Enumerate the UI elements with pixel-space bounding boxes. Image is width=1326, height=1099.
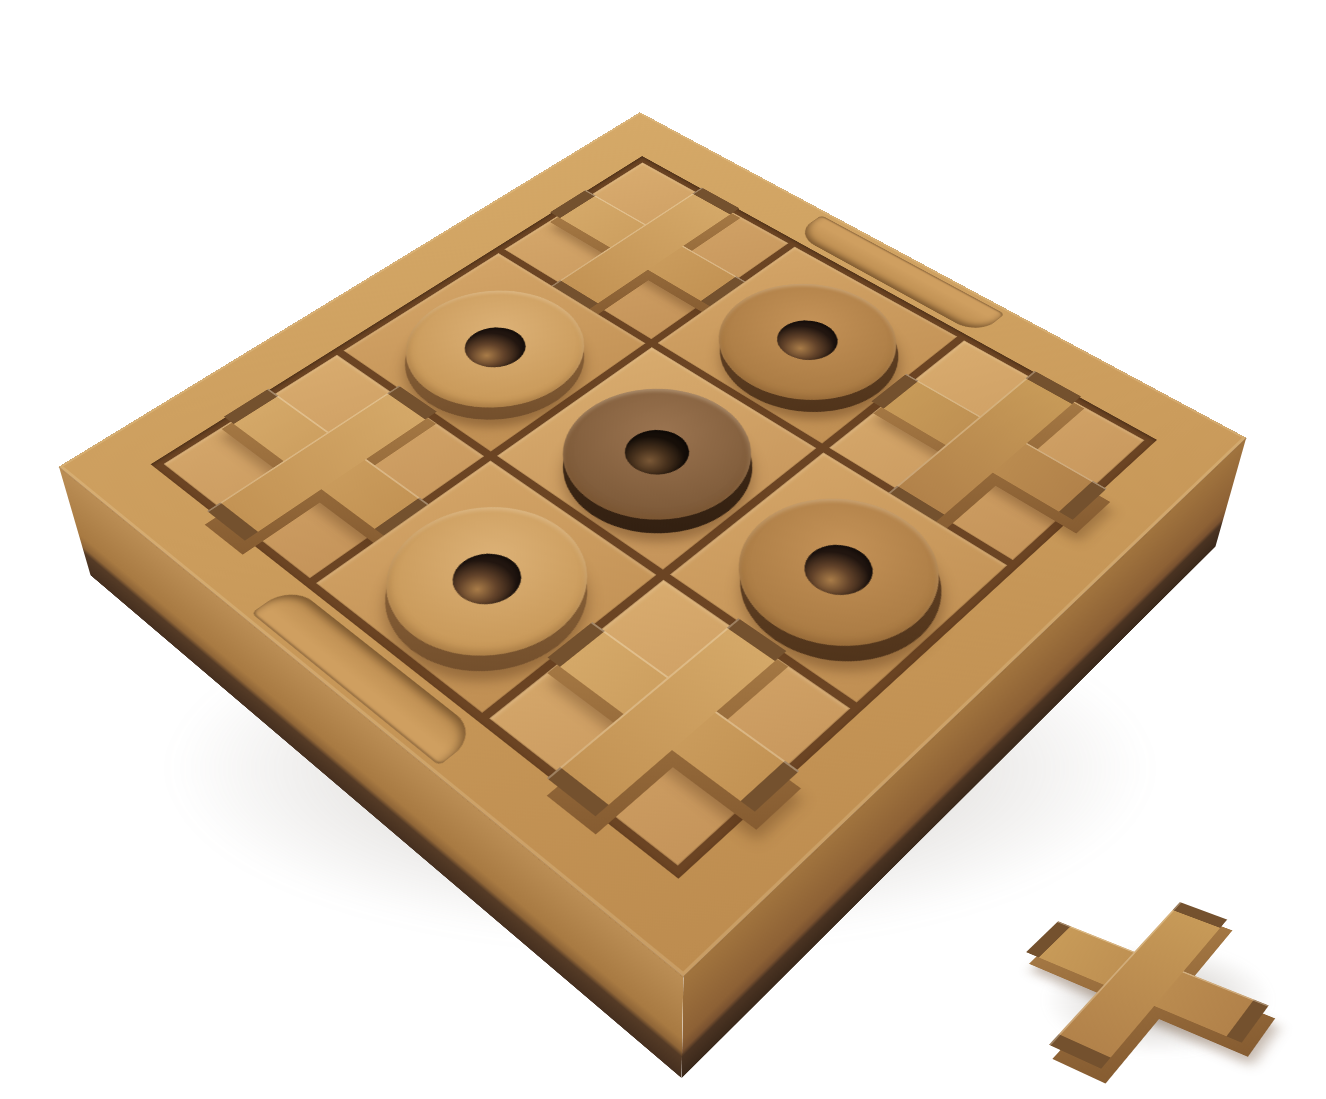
piece-o-side [699,484,982,695]
piece-x-top-v [547,619,787,817]
product-photo-scene [0,0,1326,1099]
piece-o[interactable] [698,471,979,679]
piece-x-side-h [547,638,801,831]
spare-piece-area [1005,842,1315,1092]
piece-o-top-face [698,471,979,679]
cell-r1c2[interactable] [670,452,1007,702]
piece-o[interactable] [345,479,629,689]
piece-o-hole [791,535,887,606]
cell-r2c2[interactable] [489,579,850,865]
cell-r2c1[interactable] [316,460,656,712]
piece-x[interactable] [968,875,1309,1099]
piece-o-hole [438,544,535,615]
piece-x-top-h [548,622,800,812]
piece-x[interactable] [471,567,869,882]
piece-o-side [343,492,629,705]
spare-x-piece[interactable] [968,875,1309,1099]
piece-x-side-v [547,634,788,835]
piece-o-top-face [345,479,629,689]
